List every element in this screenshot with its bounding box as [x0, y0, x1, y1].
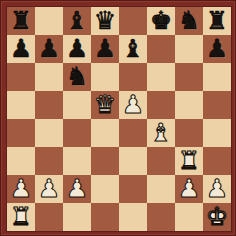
- square-a1[interactable]: ♜: [7, 203, 35, 231]
- square-g4[interactable]: [175, 119, 203, 147]
- black-pawn[interactable]: ♟: [35, 35, 63, 63]
- square-d8[interactable]: ♛: [91, 7, 119, 35]
- white-king[interactable]: ♚: [203, 203, 231, 231]
- white-rook[interactable]: ♜: [175, 147, 203, 175]
- square-b4[interactable]: [35, 119, 63, 147]
- square-f4[interactable]: ♝: [147, 119, 175, 147]
- black-knight[interactable]: ♞: [63, 63, 91, 91]
- square-b1[interactable]: [35, 203, 63, 231]
- white-bishop[interactable]: ♝: [147, 119, 175, 147]
- black-pawn[interactable]: ♟: [91, 35, 119, 63]
- square-h3[interactable]: [203, 147, 231, 175]
- square-a2[interactable]: ♟: [7, 175, 35, 203]
- square-g1[interactable]: [175, 203, 203, 231]
- square-e1[interactable]: [119, 203, 147, 231]
- chess-board: ♜♝♛♚♞♜♟♟♟♟♝♟♞♛♟♝♜♟♟♟♟♟♜♚: [6, 6, 232, 232]
- black-pawn[interactable]: ♟: [63, 35, 91, 63]
- black-rook[interactable]: ♜: [7, 7, 35, 35]
- square-d7[interactable]: ♟: [91, 35, 119, 63]
- square-a8[interactable]: ♜: [7, 7, 35, 35]
- square-h8[interactable]: ♜: [203, 7, 231, 35]
- square-d5[interactable]: ♛: [91, 91, 119, 119]
- black-knight[interactable]: ♞: [175, 7, 203, 35]
- square-f3[interactable]: [147, 147, 175, 175]
- square-d3[interactable]: [91, 147, 119, 175]
- white-pawn[interactable]: ♟: [35, 175, 63, 203]
- square-f8[interactable]: ♚: [147, 7, 175, 35]
- square-h1[interactable]: ♚: [203, 203, 231, 231]
- black-rook[interactable]: ♜: [203, 7, 231, 35]
- square-g7[interactable]: [175, 35, 203, 63]
- white-pawn[interactable]: ♟: [175, 175, 203, 203]
- square-a5[interactable]: [7, 91, 35, 119]
- white-pawn[interactable]: ♟: [119, 91, 147, 119]
- square-e2[interactable]: [119, 175, 147, 203]
- square-e5[interactable]: ♟: [119, 91, 147, 119]
- square-d1[interactable]: [91, 203, 119, 231]
- square-f2[interactable]: [147, 175, 175, 203]
- square-d6[interactable]: [91, 63, 119, 91]
- square-c5[interactable]: [63, 91, 91, 119]
- square-d4[interactable]: [91, 119, 119, 147]
- square-c2[interactable]: ♟: [63, 175, 91, 203]
- square-g2[interactable]: ♟: [175, 175, 203, 203]
- square-c7[interactable]: ♟: [63, 35, 91, 63]
- square-g5[interactable]: [175, 91, 203, 119]
- white-pawn[interactable]: ♟: [7, 175, 35, 203]
- white-pawn[interactable]: ♟: [63, 175, 91, 203]
- square-d2[interactable]: [91, 175, 119, 203]
- square-c4[interactable]: [63, 119, 91, 147]
- board-frame: ♜♝♛♚♞♜♟♟♟♟♝♟♞♛♟♝♜♟♟♟♟♟♜♚: [0, 0, 236, 236]
- square-a3[interactable]: [7, 147, 35, 175]
- square-b8[interactable]: [35, 7, 63, 35]
- square-f7[interactable]: [147, 35, 175, 63]
- square-g8[interactable]: ♞: [175, 7, 203, 35]
- square-e4[interactable]: [119, 119, 147, 147]
- black-bishop[interactable]: ♝: [63, 7, 91, 35]
- square-a7[interactable]: ♟: [7, 35, 35, 63]
- square-f5[interactable]: [147, 91, 175, 119]
- square-b7[interactable]: ♟: [35, 35, 63, 63]
- black-pawn[interactable]: ♟: [203, 35, 231, 63]
- square-h2[interactable]: ♟: [203, 175, 231, 203]
- square-b3[interactable]: [35, 147, 63, 175]
- square-h7[interactable]: ♟: [203, 35, 231, 63]
- square-e3[interactable]: [119, 147, 147, 175]
- square-h5[interactable]: [203, 91, 231, 119]
- square-f6[interactable]: [147, 63, 175, 91]
- black-king[interactable]: ♚: [147, 7, 175, 35]
- square-b6[interactable]: [35, 63, 63, 91]
- black-pawn[interactable]: ♟: [7, 35, 35, 63]
- square-e7[interactable]: ♝: [119, 35, 147, 63]
- square-c6[interactable]: ♞: [63, 63, 91, 91]
- square-e6[interactable]: [119, 63, 147, 91]
- square-b5[interactable]: [35, 91, 63, 119]
- square-e8[interactable]: [119, 7, 147, 35]
- white-rook[interactable]: ♜: [7, 203, 35, 231]
- square-a6[interactable]: [7, 63, 35, 91]
- square-c3[interactable]: [63, 147, 91, 175]
- square-a4[interactable]: [7, 119, 35, 147]
- black-queen[interactable]: ♛: [91, 7, 119, 35]
- square-h6[interactable]: [203, 63, 231, 91]
- square-f1[interactable]: [147, 203, 175, 231]
- square-b2[interactable]: ♟: [35, 175, 63, 203]
- square-g6[interactable]: [175, 63, 203, 91]
- white-pawn[interactable]: ♟: [203, 175, 231, 203]
- white-queen[interactable]: ♛: [91, 91, 119, 119]
- black-bishop[interactable]: ♝: [119, 35, 147, 63]
- square-g3[interactable]: ♜: [175, 147, 203, 175]
- square-c1[interactable]: [63, 203, 91, 231]
- square-c8[interactable]: ♝: [63, 7, 91, 35]
- square-h4[interactable]: [203, 119, 231, 147]
